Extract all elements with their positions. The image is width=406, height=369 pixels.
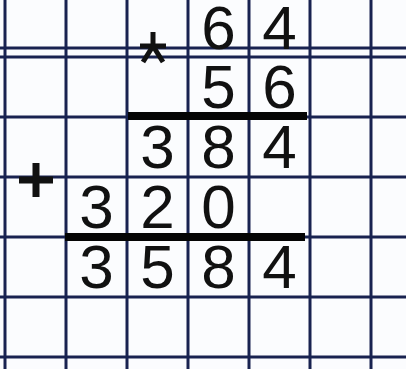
product-digit-thousands: 3 (66, 237, 127, 297)
product-digit-tens: 8 (188, 237, 249, 297)
partial-product-2-digit-ones: 0 (188, 177, 249, 237)
partial-product-2-digit-tens: 2 (127, 177, 188, 237)
partial-product-1-digit-ones: 4 (249, 117, 310, 177)
multiplicand-digit-tens: 6 (188, 0, 249, 58)
multiplicand-digit-ones: 4 (249, 0, 310, 58)
multiply-sign-icon (135, 30, 171, 66)
multiplier-digit-tens: 5 (188, 57, 249, 117)
squared-paper-grid: 6 4 5 6 3 8 4 3 2 0 3 5 8 4 (0, 0, 406, 369)
product-digit-ones: 4 (249, 237, 310, 297)
plus-sign-icon (16, 160, 56, 200)
multiplier-digit-ones: 6 (249, 57, 310, 117)
partial-product-2-digit-hundreds: 3 (66, 177, 127, 237)
product-digit-hundreds: 5 (127, 237, 188, 297)
partial-product-1-digit-tens: 8 (188, 117, 249, 177)
partial-product-1-digit-hundreds: 3 (127, 117, 188, 177)
